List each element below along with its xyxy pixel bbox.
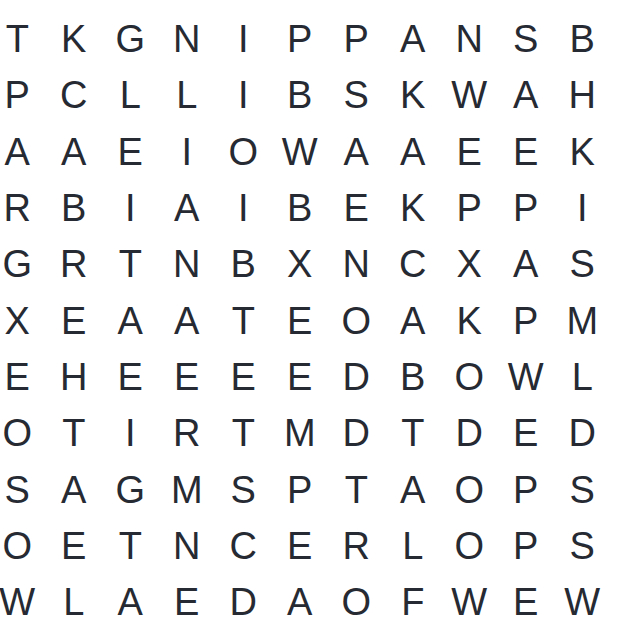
grid-cell-r5c2[interactable]: R <box>46 236 103 292</box>
grid-cell-r10c3[interactable]: T <box>102 518 159 574</box>
grid-cell-r1c11[interactable]: B <box>554 11 611 67</box>
grid-cell-r8c7[interactable]: D <box>328 405 385 461</box>
grid-cell-r10c8[interactable]: L <box>385 518 442 574</box>
grid-cell-r8c5[interactable]: T <box>215 405 272 461</box>
grid-cell-r11c2[interactable]: L <box>46 574 103 630</box>
grid-cell-r4c9[interactable]: P <box>441 180 498 236</box>
grid-cell-r10c9[interactable]: O <box>441 518 498 574</box>
grid-cell-r6c5[interactable]: T <box>215 292 272 348</box>
grid-cell-r9c9[interactable]: O <box>441 461 498 517</box>
grid-cell-r3c5[interactable]: O <box>215 124 272 180</box>
grid-cell-r10c4[interactable]: N <box>159 518 216 574</box>
grid-cell-r7c11[interactable]: L <box>554 349 611 405</box>
grid-cell-r9c2[interactable]: A <box>46 461 103 517</box>
grid-cell-r4c5[interactable]: I <box>215 180 272 236</box>
grid-cell-r2c4[interactable]: L <box>159 67 216 123</box>
grid-cell-r3c8[interactable]: A <box>385 124 442 180</box>
grid-cell-r4c1[interactable]: R <box>0 180 46 236</box>
grid-cell-r5c6[interactable]: X <box>272 236 329 292</box>
grid-cell-r5c7[interactable]: N <box>328 236 385 292</box>
grid-cell-r3c11[interactable]: K <box>554 124 611 180</box>
grid-cell-r7c6[interactable]: E <box>272 349 329 405</box>
grid-cell-r10c5[interactable]: C <box>215 518 272 574</box>
grid-cell-r11c11[interactable]: W <box>554 574 611 630</box>
grid-cell-r2c11[interactable]: H <box>554 67 611 123</box>
grid-cell-r1c4[interactable]: N <box>159 11 216 67</box>
grid-cell-r3c6[interactable]: W <box>272 124 329 180</box>
grid-cell-r8c1[interactable]: O <box>0 405 46 461</box>
grid-cell-r4c2[interactable]: B <box>46 180 103 236</box>
grid-cell-r6c1[interactable]: X <box>0 292 46 348</box>
grid-cell-r10c7[interactable]: R <box>328 518 385 574</box>
grid-cell-r7c3[interactable]: E <box>102 349 159 405</box>
grid-cell-r3c10[interactable]: E <box>498 124 555 180</box>
grid-cell-r10c11[interactable]: S <box>554 518 611 574</box>
grid-cell-r5c4[interactable]: N <box>159 236 216 292</box>
grid-cell-r10c2[interactable]: E <box>46 518 103 574</box>
grid-cell-r11c9[interactable]: W <box>441 574 498 630</box>
grid-cell-r3c1[interactable]: A <box>0 124 46 180</box>
grid-cell-r6c8[interactable]: A <box>385 292 442 348</box>
word-search-grid: TKGNIPPANSBPCLLIBSKWAHAAEIOWAAEEKRBIAIBE… <box>0 11 611 630</box>
grid-cell-r1c8[interactable]: A <box>385 11 442 67</box>
grid-cell-r6c7[interactable]: O <box>328 292 385 348</box>
grid-cell-r10c1[interactable]: O <box>0 518 46 574</box>
grid-cell-r2c9[interactable]: W <box>441 67 498 123</box>
grid-cell-r1c7[interactable]: P <box>328 11 385 67</box>
grid-cell-r9c5[interactable]: S <box>215 461 272 517</box>
grid-cell-r2c1[interactable]: P <box>0 67 46 123</box>
grid-cell-r4c3[interactable]: I <box>102 180 159 236</box>
grid-cell-r1c3[interactable]: G <box>102 11 159 67</box>
grid-cell-r2c3[interactable]: L <box>102 67 159 123</box>
grid-cell-r9c10[interactable]: P <box>498 461 555 517</box>
grid-cell-r7c1[interactable]: E <box>0 349 46 405</box>
grid-cell-r11c10[interactable]: E <box>498 574 555 630</box>
grid-cell-r9c8[interactable]: A <box>385 461 442 517</box>
grid-cell-r10c6[interactable]: E <box>272 518 329 574</box>
grid-cell-r9c1[interactable]: S <box>0 461 46 517</box>
grid-cell-r9c11[interactable]: S <box>554 461 611 517</box>
grid-cell-r3c7[interactable]: A <box>328 124 385 180</box>
grid-cell-r5c8[interactable]: C <box>385 236 442 292</box>
grid-cell-r6c4[interactable]: A <box>159 292 216 348</box>
grid-cell-r8c11[interactable]: D <box>554 405 611 461</box>
grid-cell-r11c6[interactable]: A <box>272 574 329 630</box>
grid-cell-r8c8[interactable]: T <box>385 405 442 461</box>
grid-cell-r4c4[interactable]: A <box>159 180 216 236</box>
grid-cell-r7c7[interactable]: D <box>328 349 385 405</box>
grid-cell-r1c2[interactable]: K <box>46 11 103 67</box>
grid-cell-r10c10[interactable]: P <box>498 518 555 574</box>
grid-cell-r9c6[interactable]: P <box>272 461 329 517</box>
grid-cell-r1c5[interactable]: I <box>215 11 272 67</box>
grid-cell-r2c10[interactable]: A <box>498 67 555 123</box>
grid-cell-r7c2[interactable]: H <box>46 349 103 405</box>
grid-cell-r11c4[interactable]: E <box>159 574 216 630</box>
grid-cell-r9c3[interactable]: G <box>102 461 159 517</box>
grid-cell-r4c8[interactable]: K <box>385 180 442 236</box>
grid-cell-r2c2[interactable]: C <box>46 67 103 123</box>
grid-cell-r6c10[interactable]: P <box>498 292 555 348</box>
grid-cell-r7c9[interactable]: O <box>441 349 498 405</box>
grid-cell-r1c6[interactable]: P <box>272 11 329 67</box>
grid-cell-r2c8[interactable]: K <box>385 67 442 123</box>
grid-cell-r7c8[interactable]: B <box>385 349 442 405</box>
grid-cell-r5c5[interactable]: B <box>215 236 272 292</box>
grid-cell-r3c9[interactable]: E <box>441 124 498 180</box>
grid-cell-r7c5[interactable]: E <box>215 349 272 405</box>
grid-cell-r8c4[interactable]: R <box>159 405 216 461</box>
grid-cell-r7c10[interactable]: W <box>498 349 555 405</box>
grid-cell-r1c1[interactable]: T <box>0 11 46 67</box>
grid-cell-r8c2[interactable]: T <box>46 405 103 461</box>
grid-cell-r5c3[interactable]: T <box>102 236 159 292</box>
grid-cell-r1c10[interactable]: S <box>498 11 555 67</box>
grid-cell-r2c6[interactable]: B <box>272 67 329 123</box>
grid-cell-r4c10[interactable]: P <box>498 180 555 236</box>
grid-cell-r1c9[interactable]: N <box>441 11 498 67</box>
grid-cell-r6c9[interactable]: K <box>441 292 498 348</box>
grid-cell-r11c5[interactable]: D <box>215 574 272 630</box>
grid-cell-r11c7[interactable]: O <box>328 574 385 630</box>
grid-cell-r3c2[interactable]: A <box>46 124 103 180</box>
grid-cell-r8c6[interactable]: M <box>272 405 329 461</box>
grid-cell-r2c5[interactable]: I <box>215 67 272 123</box>
grid-cell-r5c1[interactable]: G <box>0 236 46 292</box>
grid-cell-r5c11[interactable]: S <box>554 236 611 292</box>
grid-cell-r4c7[interactable]: E <box>328 180 385 236</box>
grid-cell-r3c4[interactable]: I <box>159 124 216 180</box>
grid-cell-r8c10[interactable]: E <box>498 405 555 461</box>
grid-cell-r9c7[interactable]: T <box>328 461 385 517</box>
grid-cell-r6c2[interactable]: E <box>46 292 103 348</box>
grid-cell-r5c9[interactable]: X <box>441 236 498 292</box>
grid-cell-r7c4[interactable]: E <box>159 349 216 405</box>
grid-cell-r2c7[interactable]: S <box>328 67 385 123</box>
grid-cell-r11c8[interactable]: F <box>385 574 442 630</box>
grid-cell-r4c11[interactable]: I <box>554 180 611 236</box>
grid-cell-r6c6[interactable]: E <box>272 292 329 348</box>
grid-cell-r5c10[interactable]: A <box>498 236 555 292</box>
grid-cell-r8c9[interactable]: D <box>441 405 498 461</box>
grid-cell-r4c6[interactable]: B <box>272 180 329 236</box>
grid-cell-r9c4[interactable]: M <box>159 461 216 517</box>
grid-cell-r11c1[interactable]: W <box>0 574 46 630</box>
grid-cell-r11c3[interactable]: A <box>102 574 159 630</box>
grid-cell-r6c3[interactable]: A <box>102 292 159 348</box>
grid-cell-r3c3[interactable]: E <box>102 124 159 180</box>
grid-cell-r8c3[interactable]: I <box>102 405 159 461</box>
grid-cell-r6c11[interactable]: M <box>554 292 611 348</box>
